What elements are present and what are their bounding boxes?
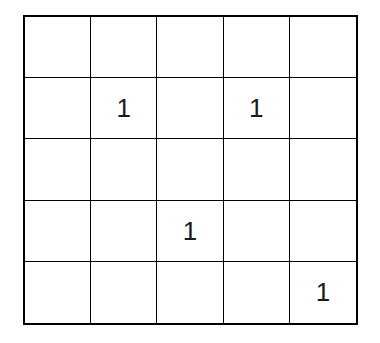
- grid-cell[interactable]: [224, 262, 290, 323]
- grid-cell-clue[interactable]: 1: [224, 78, 290, 139]
- grid-cell[interactable]: [157, 139, 223, 200]
- grid-cell[interactable]: [290, 78, 356, 139]
- puzzle-board: 1111: [23, 15, 358, 325]
- grid-cell[interactable]: [25, 17, 91, 78]
- grid-cell[interactable]: [157, 262, 223, 323]
- grid-cell[interactable]: [25, 78, 91, 139]
- grid-cell[interactable]: [157, 17, 223, 78]
- grid-cell[interactable]: [290, 139, 356, 200]
- grid-cell[interactable]: [290, 17, 356, 78]
- grid-cell[interactable]: [224, 201, 290, 262]
- grid-cell[interactable]: [25, 139, 91, 200]
- grid-cell[interactable]: [91, 139, 157, 200]
- grid-cell[interactable]: [157, 78, 223, 139]
- grid-cell[interactable]: [91, 201, 157, 262]
- grid-cell[interactable]: [224, 17, 290, 78]
- grid-cell-clue[interactable]: 1: [91, 78, 157, 139]
- grid-cell[interactable]: [91, 262, 157, 323]
- grid-cell[interactable]: [290, 201, 356, 262]
- grid-cell[interactable]: [91, 17, 157, 78]
- grid-cell[interactable]: [25, 262, 91, 323]
- grid-cell[interactable]: [25, 201, 91, 262]
- grid-cell-clue[interactable]: 1: [290, 262, 356, 323]
- grid-cell-clue[interactable]: 1: [157, 201, 223, 262]
- grid-cell[interactable]: [224, 139, 290, 200]
